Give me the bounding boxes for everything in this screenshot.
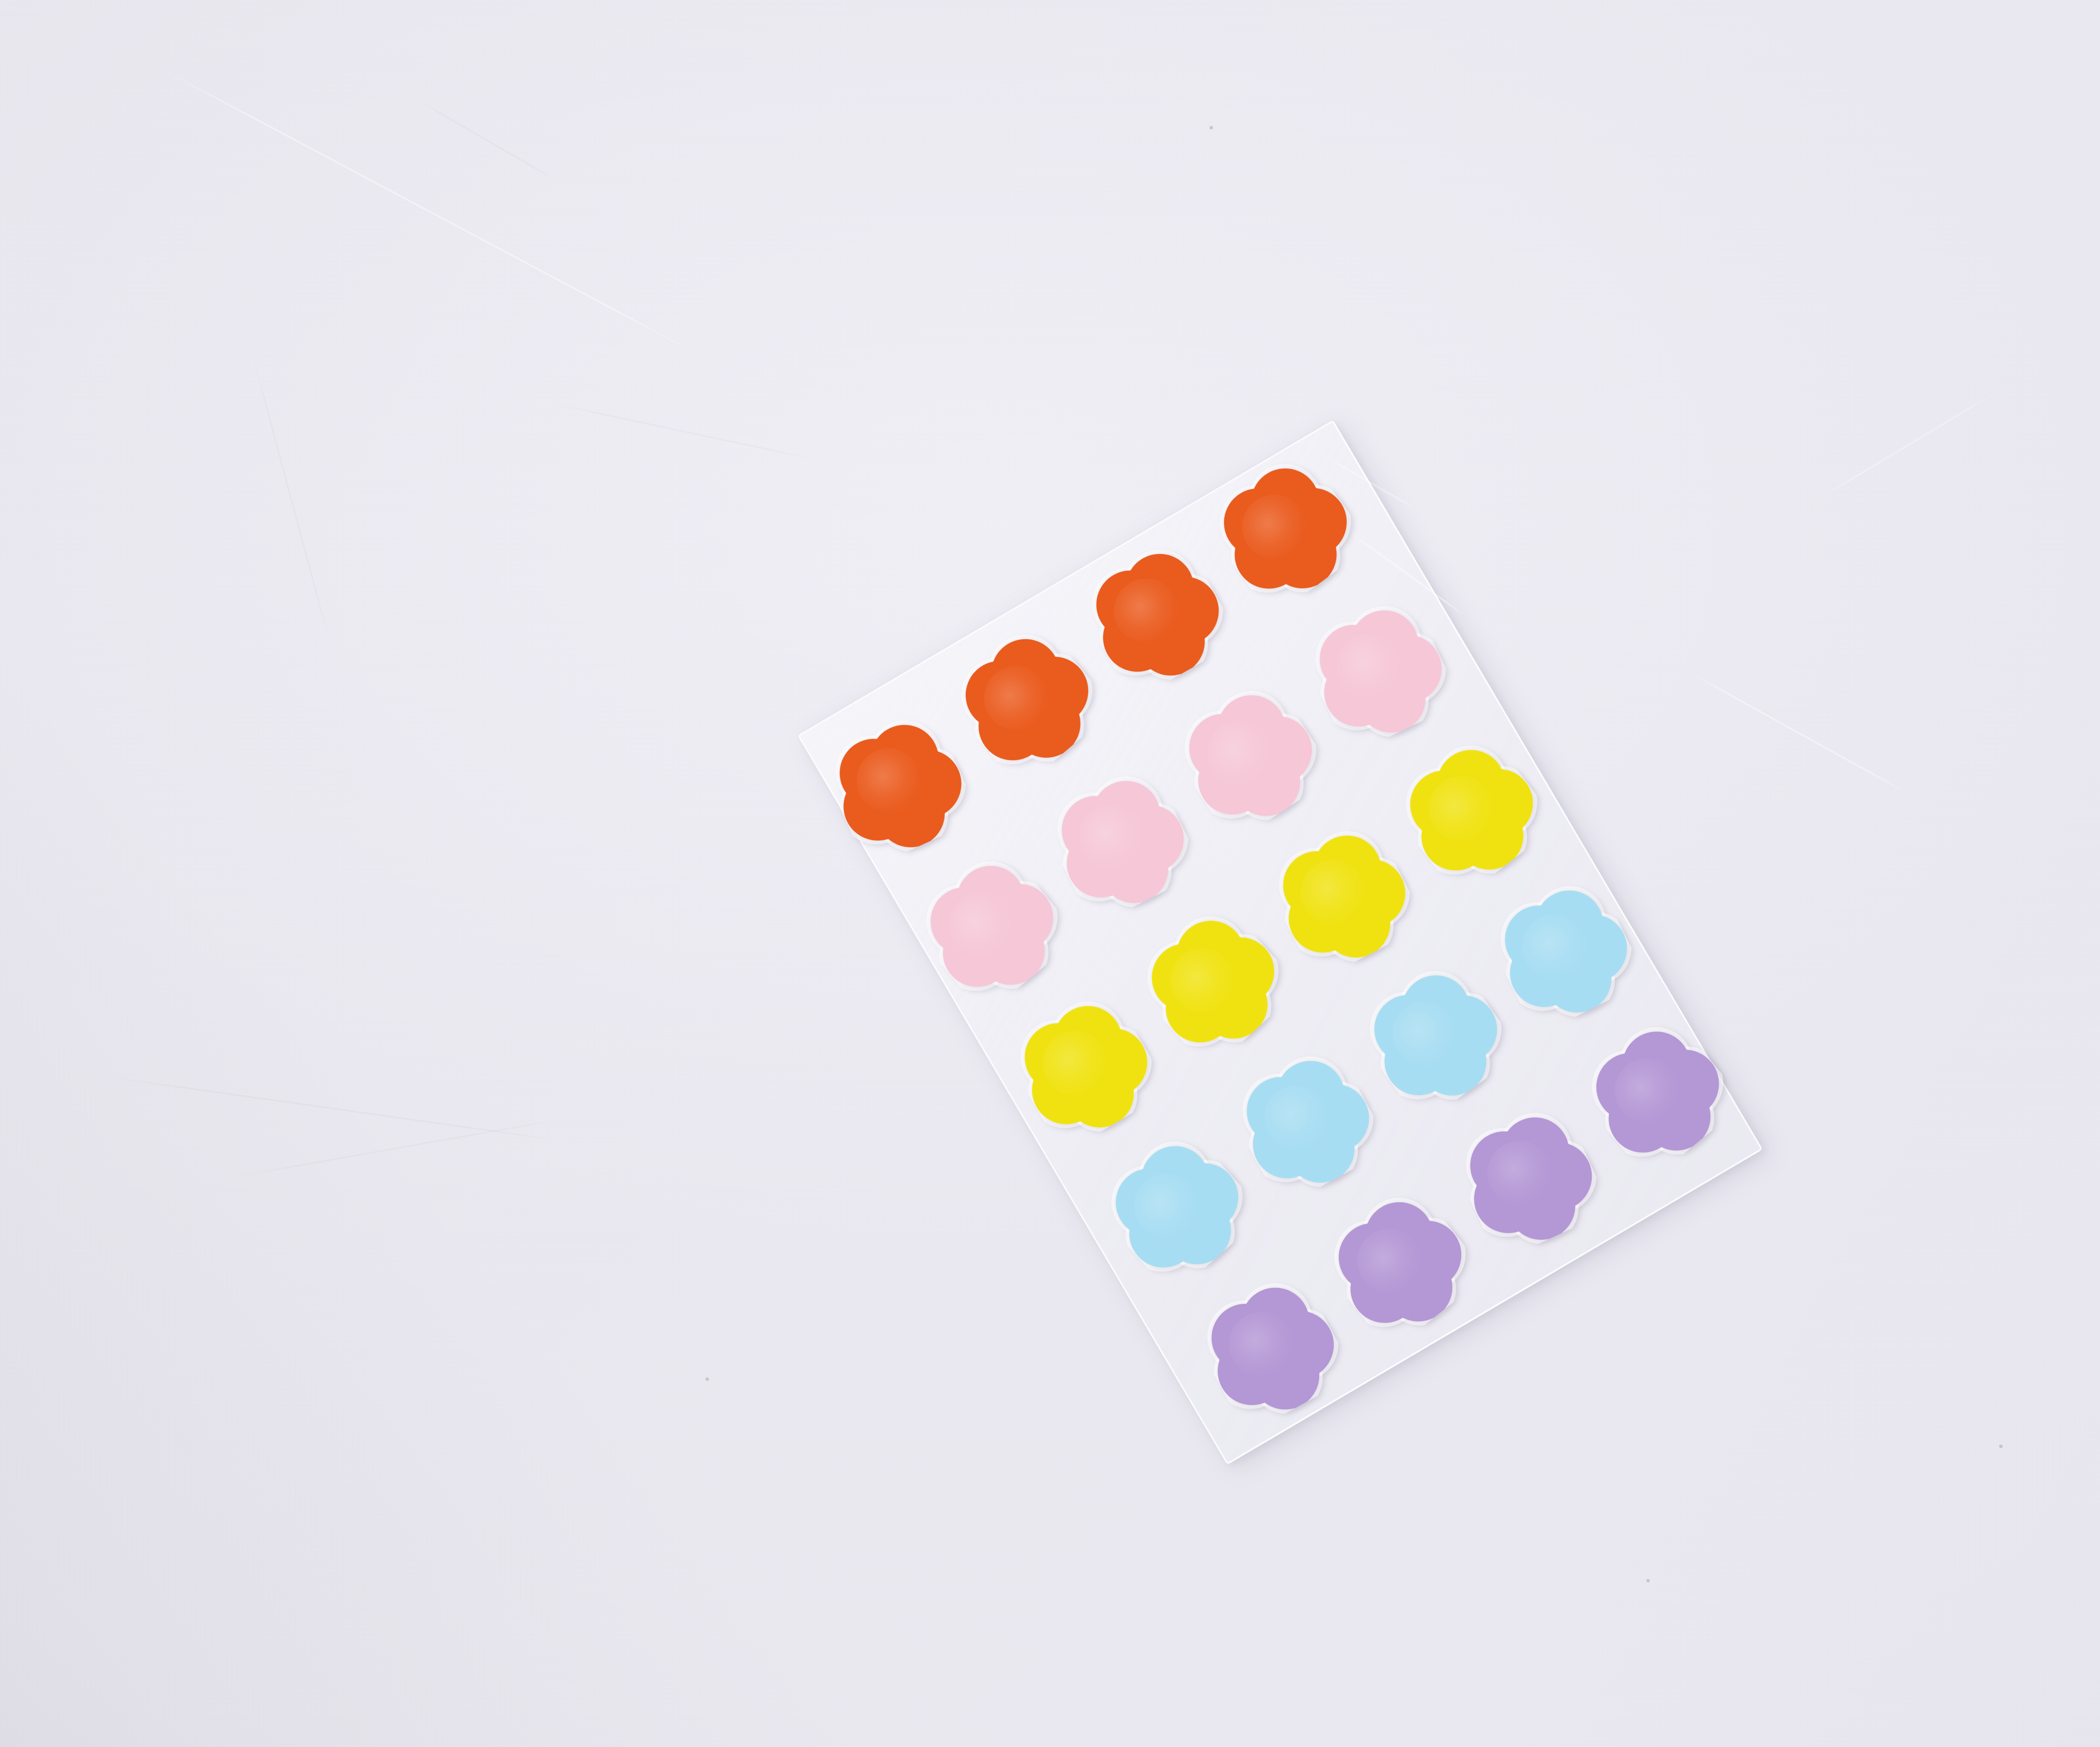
dust-speck: [1210, 126, 1212, 129]
flower-shape: [1072, 532, 1241, 701]
sticker-flower-pink-r2c2: [1037, 759, 1204, 926]
flower-shape: [1164, 671, 1336, 843]
sticker-flower-blue-r4c2: [1223, 1040, 1391, 1208]
sticker-flower-yellow-r3c3: [1259, 814, 1427, 982]
flower-shape: [1259, 814, 1427, 982]
sticker-flower-yellow-r3c2: [1126, 895, 1302, 1071]
sticker-flower-purple-r5c3: [1447, 1097, 1612, 1262]
flower-shape: [1037, 759, 1204, 926]
flower-shape: [1349, 952, 1523, 1125]
dust-speck: [1999, 1445, 2002, 1447]
flower-shape: [1126, 895, 1302, 1071]
sticker-flower-pink-r2c3: [1164, 671, 1336, 843]
sticker-flower-orange-r1c3: [1072, 532, 1241, 701]
flower-shape: [1447, 1097, 1612, 1262]
dust-speck: [1646, 1579, 1650, 1582]
photo-canvas: [0, 0, 2100, 1747]
dust-speck: [706, 1377, 709, 1381]
flower-shape: [1223, 1040, 1391, 1208]
sticker-flower-blue-r4c3: [1349, 952, 1523, 1125]
